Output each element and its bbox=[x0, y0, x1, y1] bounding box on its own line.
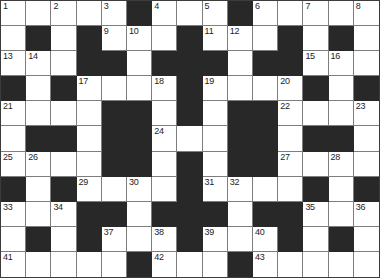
block-cell-r9c5 bbox=[102, 202, 127, 227]
letter-cell-r10c13[interactable] bbox=[303, 227, 328, 252]
letter-cell-r4c6[interactable] bbox=[127, 76, 152, 101]
letter-cell-r8c9[interactable]: 31 bbox=[203, 177, 228, 202]
block-cell-r8c15 bbox=[354, 177, 379, 202]
clue-number: 39 bbox=[205, 228, 214, 237]
letter-cell-r8c2[interactable] bbox=[26, 177, 51, 202]
letter-cell-r10c15[interactable] bbox=[354, 227, 379, 252]
letter-cell-r6c8[interactable] bbox=[177, 126, 202, 151]
block-cell-r5c6 bbox=[127, 101, 152, 126]
letter-cell-r11c5[interactable] bbox=[102, 252, 127, 277]
letter-cell-r9c6[interactable] bbox=[127, 202, 152, 227]
letter-cell-r2c6[interactable]: 10 bbox=[127, 26, 152, 51]
block-cell-r7c11 bbox=[253, 152, 278, 177]
clue-number: 12 bbox=[230, 27, 239, 36]
letter-cell-r11c7[interactable]: 42 bbox=[152, 252, 177, 277]
letter-cell-r6c1[interactable] bbox=[1, 126, 26, 151]
letter-cell-r10c9[interactable]: 39 bbox=[203, 227, 228, 252]
letter-cell-r4c10[interactable] bbox=[228, 76, 253, 101]
letter-cell-r11c15[interactable] bbox=[354, 252, 379, 277]
clue-number: 9 bbox=[104, 27, 109, 36]
clue-number: 26 bbox=[28, 153, 37, 162]
letter-cell-r2c13[interactable] bbox=[303, 26, 328, 51]
letter-cell-r2c11[interactable] bbox=[253, 26, 278, 51]
block-cell-r10c12 bbox=[278, 227, 303, 252]
block-cell-r9c8 bbox=[177, 202, 202, 227]
block-cell-r6c14 bbox=[329, 126, 354, 151]
letter-cell-r10c3[interactable] bbox=[51, 227, 76, 252]
letter-cell-r4c12[interactable]: 20 bbox=[278, 76, 303, 101]
letter-cell-r7c7[interactable] bbox=[152, 152, 177, 177]
block-cell-r3c8 bbox=[177, 51, 202, 76]
block-cell-r2c4 bbox=[77, 26, 102, 51]
block-cell-r6c2 bbox=[26, 126, 51, 151]
letter-cell-r1c15[interactable]: 8 bbox=[354, 1, 379, 26]
letter-cell-r9c2[interactable] bbox=[26, 202, 51, 227]
block-cell-r6c3 bbox=[51, 126, 76, 151]
letter-cell-r4c2[interactable] bbox=[26, 76, 51, 101]
clue-number: 40 bbox=[255, 228, 264, 237]
letter-cell-r5c9[interactable] bbox=[203, 101, 228, 126]
clue-number: 14 bbox=[28, 52, 37, 61]
letter-cell-r1c7[interactable]: 4 bbox=[152, 1, 177, 26]
letter-cell-r4c11[interactable] bbox=[253, 76, 278, 101]
letter-cell-r6c15[interactable] bbox=[354, 126, 379, 151]
clue-number: 29 bbox=[79, 178, 88, 187]
letter-cell-r1c14[interactable] bbox=[329, 1, 354, 26]
letter-cell-r7c15[interactable] bbox=[354, 152, 379, 177]
letter-cell-r3c13[interactable]: 15 bbox=[303, 51, 328, 76]
block-cell-r2c2 bbox=[26, 26, 51, 51]
letter-cell-r1c12[interactable] bbox=[278, 1, 303, 26]
block-cell-r2c14 bbox=[329, 26, 354, 51]
letter-cell-r11c1[interactable]: 41 bbox=[1, 252, 26, 277]
letter-cell-r3c1[interactable]: 13 bbox=[1, 51, 26, 76]
letter-cell-r1c3[interactable]: 2 bbox=[51, 1, 76, 26]
block-cell-r5c8 bbox=[177, 101, 202, 126]
block-cell-r9c11 bbox=[253, 202, 278, 227]
letter-cell-r10c10[interactable] bbox=[228, 227, 253, 252]
letter-cell-r1c11[interactable]: 6 bbox=[253, 1, 278, 26]
letter-cell-r8c7[interactable] bbox=[152, 177, 177, 202]
letter-cell-r9c15[interactable]: 36 bbox=[354, 202, 379, 227]
block-cell-r3c4 bbox=[77, 51, 102, 76]
clue-number: 16 bbox=[331, 52, 340, 61]
letter-cell-r11c4[interactable] bbox=[77, 252, 102, 277]
letter-cell-r8c10[interactable]: 32 bbox=[228, 177, 253, 202]
letter-cell-r9c14[interactable] bbox=[329, 202, 354, 227]
clue-number: 4 bbox=[154, 2, 159, 11]
clue-number: 10 bbox=[129, 27, 138, 36]
clue-number: 33 bbox=[3, 203, 12, 212]
letter-cell-r5c14[interactable] bbox=[329, 101, 354, 126]
block-cell-r2c8 bbox=[177, 26, 202, 51]
block-cell-r10c4 bbox=[77, 227, 102, 252]
clue-number: 11 bbox=[205, 27, 214, 36]
letter-cell-r9c13[interactable]: 35 bbox=[303, 202, 328, 227]
block-cell-r2c12 bbox=[278, 26, 303, 51]
letter-cell-r6c4[interactable] bbox=[77, 126, 102, 151]
letter-cell-r7c9[interactable] bbox=[203, 152, 228, 177]
letter-cell-r1c4[interactable] bbox=[77, 1, 102, 26]
letter-cell-r4c4[interactable]: 17 bbox=[77, 76, 102, 101]
clue-number: 24 bbox=[154, 127, 163, 136]
letter-cell-r2c7[interactable] bbox=[152, 26, 177, 51]
clue-number: 2 bbox=[53, 2, 58, 11]
letter-cell-r10c1[interactable] bbox=[1, 227, 26, 252]
block-cell-r8c1 bbox=[1, 177, 26, 202]
letter-cell-r5c3[interactable] bbox=[51, 101, 76, 126]
letter-cell-r11c3[interactable] bbox=[51, 252, 76, 277]
clue-number: 32 bbox=[230, 178, 239, 187]
letter-cell-r7c3[interactable] bbox=[51, 152, 76, 177]
letter-cell-r3c10[interactable] bbox=[228, 51, 253, 76]
clue-number: 22 bbox=[280, 102, 289, 111]
letter-cell-r5c4[interactable] bbox=[77, 101, 102, 126]
letter-cell-r11c14[interactable] bbox=[329, 252, 354, 277]
clue-number: 36 bbox=[356, 203, 365, 212]
letter-cell-r11c12[interactable] bbox=[278, 252, 303, 277]
block-cell-r4c13 bbox=[303, 76, 328, 101]
block-cell-r9c7 bbox=[152, 202, 177, 227]
clue-number: 21 bbox=[3, 102, 12, 111]
letter-cell-r9c1[interactable]: 33 bbox=[1, 202, 26, 227]
block-cell-r7c8 bbox=[177, 152, 202, 177]
letter-cell-r8c5[interactable] bbox=[102, 177, 127, 202]
letter-cell-r5c1[interactable]: 21 bbox=[1, 101, 26, 126]
block-cell-r5c10 bbox=[228, 101, 253, 126]
letter-cell-r8c11[interactable] bbox=[253, 177, 278, 202]
clue-number: 20 bbox=[280, 77, 289, 86]
clue-number: 37 bbox=[104, 228, 113, 237]
block-cell-r10c2 bbox=[26, 227, 51, 252]
letter-cell-r3c6[interactable] bbox=[127, 51, 152, 76]
block-cell-r8c3 bbox=[51, 177, 76, 202]
letter-cell-r4c14[interactable] bbox=[329, 76, 354, 101]
clue-number: 5 bbox=[205, 2, 210, 11]
letter-cell-r11c11[interactable]: 43 bbox=[253, 252, 278, 277]
block-cell-r8c13 bbox=[303, 177, 328, 202]
letter-cell-r11c2[interactable] bbox=[26, 252, 51, 277]
letter-cell-r7c12[interactable]: 27 bbox=[278, 152, 303, 177]
letter-cell-r8c14[interactable] bbox=[329, 177, 354, 202]
letter-cell-r3c2[interactable]: 14 bbox=[26, 51, 51, 76]
letter-cell-r3c3[interactable] bbox=[51, 51, 76, 76]
clue-number: 38 bbox=[154, 228, 163, 237]
letter-cell-r7c13[interactable] bbox=[303, 152, 328, 177]
letter-cell-r5c13[interactable] bbox=[303, 101, 328, 126]
letter-cell-r1c9[interactable]: 5 bbox=[203, 1, 228, 26]
letter-cell-r8c4[interactable]: 29 bbox=[77, 177, 102, 202]
block-cell-r6c13 bbox=[303, 126, 328, 151]
clue-number: 3 bbox=[104, 2, 109, 11]
letter-cell-r8c6[interactable]: 30 bbox=[127, 177, 152, 202]
letter-cell-r4c5[interactable] bbox=[102, 76, 127, 101]
letter-cell-r5c7[interactable] bbox=[152, 101, 177, 126]
letter-cell-r1c5[interactable]: 3 bbox=[102, 1, 127, 26]
block-cell-r3c11 bbox=[253, 51, 278, 76]
letter-cell-r8c12[interactable] bbox=[278, 177, 303, 202]
clue-number: 18 bbox=[154, 77, 163, 86]
clue-number: 43 bbox=[255, 253, 264, 262]
letter-cell-r9c3[interactable]: 34 bbox=[51, 202, 76, 227]
letter-cell-r2c3[interactable] bbox=[51, 26, 76, 51]
block-cell-r7c10 bbox=[228, 152, 253, 177]
letter-cell-r1c2[interactable] bbox=[26, 1, 51, 26]
block-cell-r4c8 bbox=[177, 76, 202, 101]
letter-cell-r11c9[interactable] bbox=[203, 252, 228, 277]
letter-cell-r2c9[interactable]: 11 bbox=[203, 26, 228, 51]
letter-cell-r7c1[interactable]: 25 bbox=[1, 152, 26, 177]
block-cell-r10c14 bbox=[329, 227, 354, 252]
clue-number: 8 bbox=[356, 2, 361, 11]
clue-number: 13 bbox=[3, 52, 12, 61]
clue-number: 28 bbox=[331, 153, 340, 162]
letter-cell-r9c10[interactable] bbox=[228, 202, 253, 227]
letter-cell-r11c13[interactable] bbox=[303, 252, 328, 277]
clue-number: 42 bbox=[154, 253, 163, 262]
block-cell-r7c5 bbox=[102, 152, 127, 177]
letter-cell-r2c10[interactable]: 12 bbox=[228, 26, 253, 51]
block-cell-r5c5 bbox=[102, 101, 127, 126]
letter-cell-r6c12[interactable] bbox=[278, 126, 303, 151]
clue-number: 25 bbox=[3, 153, 12, 162]
letter-cell-r7c14[interactable]: 28 bbox=[329, 152, 354, 177]
clue-number: 41 bbox=[3, 253, 12, 262]
block-cell-r1c6 bbox=[127, 1, 152, 26]
letter-cell-r1c8[interactable] bbox=[177, 1, 202, 26]
block-cell-r1c10 bbox=[228, 1, 253, 26]
block-cell-r7c6 bbox=[127, 152, 152, 177]
block-cell-r6c6 bbox=[127, 126, 152, 151]
clue-number: 30 bbox=[129, 178, 138, 187]
block-cell-r11c10 bbox=[228, 252, 253, 277]
clue-number: 31 bbox=[205, 178, 214, 187]
block-cell-r3c5 bbox=[102, 51, 127, 76]
clue-number: 27 bbox=[280, 153, 289, 162]
clue-number: 35 bbox=[305, 203, 314, 212]
letter-cell-r2c1[interactable] bbox=[1, 26, 26, 51]
clue-number: 17 bbox=[79, 77, 88, 86]
block-cell-r9c9 bbox=[203, 202, 228, 227]
block-cell-r6c5 bbox=[102, 126, 127, 151]
letter-cell-r11c8[interactable] bbox=[177, 252, 202, 277]
block-cell-r3c9 bbox=[203, 51, 228, 76]
letter-cell-r5c15[interactable]: 23 bbox=[354, 101, 379, 126]
letter-cell-r3c15[interactable] bbox=[354, 51, 379, 76]
clue-number: 1 bbox=[3, 2, 8, 11]
block-cell-r6c11 bbox=[253, 126, 278, 151]
block-cell-r8c8 bbox=[177, 177, 202, 202]
letter-cell-r10c11[interactable]: 40 bbox=[253, 227, 278, 252]
block-cell-r4c3 bbox=[51, 76, 76, 101]
letter-cell-r1c13[interactable]: 7 bbox=[303, 1, 328, 26]
letter-cell-r10c6[interactable] bbox=[127, 227, 152, 252]
letter-cell-r6c9[interactable] bbox=[203, 126, 228, 151]
letter-cell-r1c1[interactable]: 1 bbox=[1, 1, 26, 26]
letter-cell-r4c9[interactable]: 19 bbox=[203, 76, 228, 101]
letter-cell-r7c4[interactable] bbox=[77, 152, 102, 177]
block-cell-r6c10 bbox=[228, 126, 253, 151]
clue-number: 7 bbox=[305, 2, 310, 11]
letter-cell-r2c5[interactable]: 9 bbox=[102, 26, 127, 51]
letter-cell-r4c7[interactable]: 18 bbox=[152, 76, 177, 101]
block-cell-r10c8 bbox=[177, 227, 202, 252]
letter-cell-r6c7[interactable]: 24 bbox=[152, 126, 177, 151]
letter-cell-r2c15[interactable] bbox=[354, 26, 379, 51]
block-cell-r9c12 bbox=[278, 202, 303, 227]
letter-cell-r5c2[interactable] bbox=[26, 101, 51, 126]
block-cell-r4c15 bbox=[354, 76, 379, 101]
block-cell-r11c6 bbox=[127, 252, 152, 277]
block-cell-r9c4 bbox=[77, 202, 102, 227]
clue-number: 19 bbox=[205, 77, 214, 86]
block-cell-r3c7 bbox=[152, 51, 177, 76]
clue-number: 6 bbox=[255, 2, 260, 11]
block-cell-r4c1 bbox=[1, 76, 26, 101]
letter-cell-r5c12[interactable]: 22 bbox=[278, 101, 303, 126]
crossword-grid: 1234567891011121314151617181920212223242… bbox=[0, 0, 380, 278]
clue-number: 15 bbox=[305, 52, 314, 61]
block-cell-r5c11 bbox=[253, 101, 278, 126]
letter-cell-r10c7[interactable]: 38 bbox=[152, 227, 177, 252]
letter-cell-r10c5[interactable]: 37 bbox=[102, 227, 127, 252]
letter-cell-r3c14[interactable]: 16 bbox=[329, 51, 354, 76]
letter-cell-r7c2[interactable]: 26 bbox=[26, 152, 51, 177]
clue-number: 23 bbox=[356, 102, 365, 111]
block-cell-r3c12 bbox=[278, 51, 303, 76]
clue-number: 34 bbox=[53, 203, 62, 212]
